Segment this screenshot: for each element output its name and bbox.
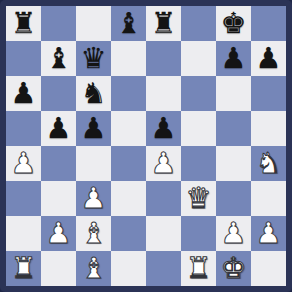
square-e1[interactable] [146, 251, 181, 286]
piece-black-pawn[interactable]: ♟ [6, 76, 41, 111]
piece-black-pawn[interactable]: ♟ [216, 41, 251, 76]
square-d8[interactable]: ♝ [111, 6, 146, 41]
square-f2[interactable] [181, 216, 216, 251]
square-c7[interactable]: ♛ [76, 41, 111, 76]
square-c2[interactable]: ♝ [76, 216, 111, 251]
chess-board: ♜♝♜♚♝♛♟♟♟♞♟♟♟♟♟♞♟♛♟♝♟♟♜♝♜♚ [6, 6, 286, 286]
square-e3[interactable] [146, 181, 181, 216]
square-d4[interactable] [111, 146, 146, 181]
piece-black-king[interactable]: ♚ [216, 6, 251, 41]
square-c4[interactable] [76, 146, 111, 181]
piece-black-pawn[interactable]: ♟ [76, 111, 111, 146]
piece-black-knight[interactable]: ♞ [76, 76, 111, 111]
square-f8[interactable] [181, 6, 216, 41]
square-h8[interactable] [251, 6, 286, 41]
piece-black-pawn[interactable]: ♟ [146, 111, 181, 146]
piece-white-queen[interactable]: ♛ [181, 181, 216, 216]
square-g2[interactable]: ♟ [216, 216, 251, 251]
square-f7[interactable] [181, 41, 216, 76]
square-b4[interactable] [41, 146, 76, 181]
piece-black-queen[interactable]: ♛ [76, 41, 111, 76]
square-h7[interactable]: ♟ [251, 41, 286, 76]
piece-white-knight[interactable]: ♞ [251, 146, 286, 181]
square-f4[interactable] [181, 146, 216, 181]
square-b6[interactable] [41, 76, 76, 111]
square-a8[interactable]: ♜ [6, 6, 41, 41]
piece-white-king[interactable]: ♚ [216, 251, 251, 286]
square-f1[interactable]: ♜ [181, 251, 216, 286]
square-a5[interactable] [6, 111, 41, 146]
square-e6[interactable] [146, 76, 181, 111]
piece-white-rook[interactable]: ♜ [181, 251, 216, 286]
square-b8[interactable] [41, 6, 76, 41]
square-e5[interactable]: ♟ [146, 111, 181, 146]
square-h2[interactable]: ♟ [251, 216, 286, 251]
square-a3[interactable] [6, 181, 41, 216]
square-f5[interactable] [181, 111, 216, 146]
square-c1[interactable]: ♝ [76, 251, 111, 286]
square-g8[interactable]: ♚ [216, 6, 251, 41]
square-a7[interactable] [6, 41, 41, 76]
square-g6[interactable] [216, 76, 251, 111]
square-h5[interactable] [251, 111, 286, 146]
square-h6[interactable] [251, 76, 286, 111]
square-d7[interactable] [111, 41, 146, 76]
square-f3[interactable]: ♛ [181, 181, 216, 216]
square-b2[interactable]: ♟ [41, 216, 76, 251]
square-g7[interactable]: ♟ [216, 41, 251, 76]
square-e4[interactable]: ♟ [146, 146, 181, 181]
square-h4[interactable]: ♞ [251, 146, 286, 181]
square-c3[interactable]: ♟ [76, 181, 111, 216]
square-f6[interactable] [181, 76, 216, 111]
square-g1[interactable]: ♚ [216, 251, 251, 286]
square-d3[interactable] [111, 181, 146, 216]
square-a4[interactable]: ♟ [6, 146, 41, 181]
piece-black-rook[interactable]: ♜ [6, 6, 41, 41]
piece-black-bishop[interactable]: ♝ [41, 41, 76, 76]
square-g5[interactable] [216, 111, 251, 146]
square-c6[interactable]: ♞ [76, 76, 111, 111]
square-c8[interactable] [76, 6, 111, 41]
square-g3[interactable] [216, 181, 251, 216]
piece-white-rook[interactable]: ♜ [6, 251, 41, 286]
square-h3[interactable] [251, 181, 286, 216]
square-a1[interactable]: ♜ [6, 251, 41, 286]
square-b1[interactable] [41, 251, 76, 286]
piece-white-pawn[interactable]: ♟ [251, 216, 286, 251]
square-a6[interactable]: ♟ [6, 76, 41, 111]
square-h1[interactable] [251, 251, 286, 286]
square-d1[interactable] [111, 251, 146, 286]
square-e7[interactable] [146, 41, 181, 76]
square-g4[interactable] [216, 146, 251, 181]
piece-black-rook[interactable]: ♜ [146, 6, 181, 41]
piece-black-bishop[interactable]: ♝ [111, 6, 146, 41]
piece-white-pawn[interactable]: ♟ [76, 181, 111, 216]
piece-black-pawn[interactable]: ♟ [251, 41, 286, 76]
piece-white-pawn[interactable]: ♟ [6, 146, 41, 181]
square-b5[interactable]: ♟ [41, 111, 76, 146]
chess-board-frame: ♜♝♜♚♝♛♟♟♟♞♟♟♟♟♟♞♟♛♟♝♟♟♜♝♜♚ [0, 0, 292, 292]
square-a2[interactable] [6, 216, 41, 251]
square-b7[interactable]: ♝ [41, 41, 76, 76]
square-c5[interactable]: ♟ [76, 111, 111, 146]
square-d5[interactable] [111, 111, 146, 146]
piece-white-bishop[interactable]: ♝ [76, 251, 111, 286]
square-e2[interactable] [146, 216, 181, 251]
square-b3[interactable] [41, 181, 76, 216]
square-d2[interactable] [111, 216, 146, 251]
piece-black-pawn[interactable]: ♟ [41, 111, 76, 146]
piece-white-bishop[interactable]: ♝ [76, 216, 111, 251]
square-d6[interactable] [111, 76, 146, 111]
square-e8[interactable]: ♜ [146, 6, 181, 41]
piece-white-pawn[interactable]: ♟ [146, 146, 181, 181]
piece-white-pawn[interactable]: ♟ [216, 216, 251, 251]
piece-white-pawn[interactable]: ♟ [41, 216, 76, 251]
